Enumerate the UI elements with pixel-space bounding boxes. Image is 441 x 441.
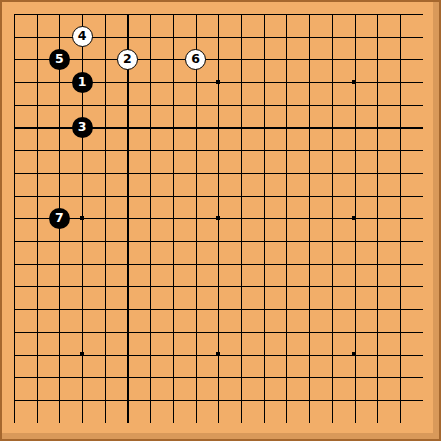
star-point <box>352 80 356 84</box>
stone-number: 6 <box>191 53 200 66</box>
stone-number: 7 <box>55 211 64 224</box>
stone-3-black: 3 <box>72 117 93 138</box>
star-point <box>80 352 84 356</box>
stone-number: 3 <box>78 121 87 134</box>
stone-number: 1 <box>78 75 87 88</box>
stone-number: 4 <box>78 30 87 43</box>
stone-1-black: 1 <box>72 72 93 93</box>
star-point <box>352 352 356 356</box>
stone-4-white: 4 <box>72 26 93 47</box>
star-point <box>216 80 220 84</box>
stone-number: 2 <box>123 53 132 66</box>
stone-number: 5 <box>55 53 64 66</box>
go-board: 1234567 <box>0 0 441 441</box>
stone-2-white: 2 <box>117 49 138 70</box>
star-point <box>80 216 84 220</box>
star-point <box>216 216 220 220</box>
star-point <box>216 352 220 356</box>
star-point <box>352 216 356 220</box>
stone-5-black: 5 <box>49 49 70 70</box>
board-grid: 1234567 <box>3 3 434 434</box>
stone-6-white: 6 <box>185 49 206 70</box>
stone-7-black: 7 <box>49 208 70 229</box>
